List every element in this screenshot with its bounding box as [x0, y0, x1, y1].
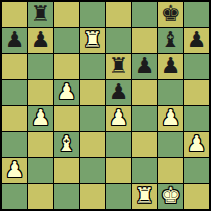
piece-white-king-g1[interactable]: ♚	[161, 184, 181, 208]
square-f5[interactable]	[132, 80, 157, 105]
square-c5[interactable]: ♟	[54, 80, 79, 105]
square-g3[interactable]	[158, 132, 183, 157]
piece-black-pawn-f6[interactable]: ♟	[135, 54, 155, 78]
square-h6[interactable]	[184, 54, 209, 79]
square-g4[interactable]: ♟	[158, 106, 183, 131]
piece-black-pawn-g6[interactable]: ♟	[161, 54, 181, 78]
square-e5[interactable]: ♟	[106, 80, 131, 105]
square-d7[interactable]: ♜	[80, 28, 105, 53]
piece-white-rook-f1[interactable]: ♜	[135, 184, 155, 208]
square-f3[interactable]	[132, 132, 157, 157]
piece-white-rook-d7[interactable]: ♜	[83, 28, 103, 52]
square-e6[interactable]: ♜	[106, 54, 131, 79]
square-c1[interactable]	[54, 184, 79, 209]
square-f4[interactable]	[132, 106, 157, 131]
square-d2[interactable]	[80, 158, 105, 183]
square-h1[interactable]	[184, 184, 209, 209]
square-b2[interactable]	[28, 158, 53, 183]
square-e3[interactable]	[106, 132, 131, 157]
piece-white-pawn-g4[interactable]: ♟	[161, 106, 181, 130]
piece-black-king-g8[interactable]: ♚	[161, 2, 181, 26]
piece-black-pawn-h7[interactable]: ♟	[187, 28, 207, 52]
square-h7[interactable]: ♟	[184, 28, 209, 53]
piece-white-pawn-e4[interactable]: ♟	[109, 106, 129, 130]
board-frame: ♜♚♟♟♜♝♟♜♟♟♟♟♟♟♟♝♟♟♜♚	[0, 0, 211, 211]
square-g2[interactable]	[158, 158, 183, 183]
square-c8[interactable]	[54, 2, 79, 27]
piece-black-pawn-b7[interactable]: ♟	[31, 28, 51, 52]
square-b5[interactable]	[28, 80, 53, 105]
piece-white-pawn-h3[interactable]: ♟	[187, 132, 207, 156]
square-a5[interactable]	[2, 80, 27, 105]
square-a1[interactable]	[2, 184, 27, 209]
square-b8[interactable]: ♜	[28, 2, 53, 27]
piece-black-rook-b8[interactable]: ♜	[31, 2, 51, 26]
square-a6[interactable]	[2, 54, 27, 79]
square-h3[interactable]: ♟	[184, 132, 209, 157]
square-h5[interactable]	[184, 80, 209, 105]
square-c6[interactable]	[54, 54, 79, 79]
piece-black-rook-e6[interactable]: ♜	[109, 54, 129, 78]
square-g5[interactable]	[158, 80, 183, 105]
square-d4[interactable]	[80, 106, 105, 131]
square-a4[interactable]	[2, 106, 27, 131]
square-a2[interactable]: ♟	[2, 158, 27, 183]
square-d6[interactable]	[80, 54, 105, 79]
square-b3[interactable]	[28, 132, 53, 157]
piece-black-pawn-a7[interactable]: ♟	[5, 28, 25, 52]
square-a3[interactable]	[2, 132, 27, 157]
chess-board: ♜♚♟♟♜♝♟♜♟♟♟♟♟♟♟♝♟♟♜♚	[2, 2, 209, 209]
square-a8[interactable]	[2, 2, 27, 27]
piece-black-bishop-g7[interactable]: ♝	[161, 28, 181, 52]
square-b7[interactable]: ♟	[28, 28, 53, 53]
square-h2[interactable]	[184, 158, 209, 183]
square-c2[interactable]	[54, 158, 79, 183]
square-e7[interactable]	[106, 28, 131, 53]
square-f8[interactable]	[132, 2, 157, 27]
piece-white-pawn-a2[interactable]: ♟	[5, 158, 25, 182]
square-b4[interactable]: ♟	[28, 106, 53, 131]
square-h8[interactable]	[184, 2, 209, 27]
square-e2[interactable]	[106, 158, 131, 183]
piece-white-bishop-c3[interactable]: ♝	[57, 132, 77, 156]
square-e8[interactable]	[106, 2, 131, 27]
square-g8[interactable]: ♚	[158, 2, 183, 27]
square-d1[interactable]	[80, 184, 105, 209]
square-c4[interactable]	[54, 106, 79, 131]
square-g7[interactable]: ♝	[158, 28, 183, 53]
piece-black-pawn-e5[interactable]: ♟	[109, 80, 129, 104]
square-h4[interactable]	[184, 106, 209, 131]
square-c7[interactable]	[54, 28, 79, 53]
square-e4[interactable]: ♟	[106, 106, 131, 131]
square-g1[interactable]: ♚	[158, 184, 183, 209]
square-a7[interactable]: ♟	[2, 28, 27, 53]
square-b6[interactable]	[28, 54, 53, 79]
square-f1[interactable]: ♜	[132, 184, 157, 209]
square-f7[interactable]	[132, 28, 157, 53]
square-f2[interactable]	[132, 158, 157, 183]
square-d5[interactable]	[80, 80, 105, 105]
square-b1[interactable]	[28, 184, 53, 209]
square-e1[interactable]	[106, 184, 131, 209]
square-g6[interactable]: ♟	[158, 54, 183, 79]
square-f6[interactable]: ♟	[132, 54, 157, 79]
square-d8[interactable]	[80, 2, 105, 27]
piece-white-pawn-c5[interactable]: ♟	[57, 80, 77, 104]
square-c3[interactable]: ♝	[54, 132, 79, 157]
piece-white-pawn-b4[interactable]: ♟	[31, 106, 51, 130]
square-d3[interactable]	[80, 132, 105, 157]
